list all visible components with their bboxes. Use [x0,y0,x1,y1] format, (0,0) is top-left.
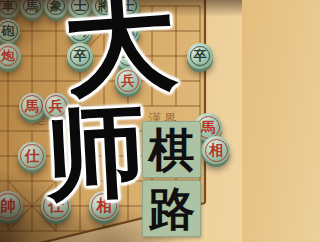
piece-砲: 砲 [0,19,20,44]
piece-帥: 帥 [0,191,23,221]
piece-character: 砲 [2,25,15,38]
piece-車: 車 [0,0,20,18]
box-char-lu: 路 [149,186,195,232]
piece-character: 車 [2,0,14,12]
box-char-qi: 棋 [149,127,195,173]
piece-character: 馬 [26,0,38,12]
piece-character: 卒 [193,49,206,62]
piece-character: 相 [209,143,224,158]
piece-character: 馬 [201,120,216,135]
side-title-box: 棋 路 [142,121,201,239]
piece-相: 相 [202,136,230,164]
piece-炮: 炮 [0,43,21,68]
piece-character: 帥 [0,198,16,214]
title-char-da: 大 [50,0,189,102]
xiangqi-thumbnail: { "game": "Xiangqi (Chinese chess)", "sc… [0,0,242,242]
box-cell-lu: 路 [142,180,201,237]
piece-馬: 馬 [20,0,44,18]
title-char-shi: 师 [31,99,158,205]
piece-卒: 卒 [187,43,212,68]
box-cell-qi: 棋 [142,121,201,178]
piece-character: 炮 [1,49,14,62]
